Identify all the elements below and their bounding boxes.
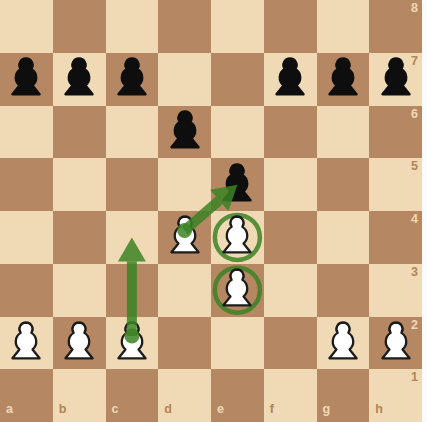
square-f2[interactable] xyxy=(264,317,317,370)
rank-label-5: 5 xyxy=(411,160,418,173)
square-c3[interactable] xyxy=(106,264,159,317)
square-h1[interactable]: 1h xyxy=(369,369,422,422)
square-d3[interactable] xyxy=(158,264,211,317)
square-b2[interactable] xyxy=(53,317,106,370)
chess-board-container: 8765432abcdefg1h xyxy=(0,0,427,422)
square-g8[interactable] xyxy=(317,0,370,53)
square-e1[interactable]: e xyxy=(211,369,264,422)
square-c4[interactable] xyxy=(106,211,159,264)
white-pawn[interactable] xyxy=(161,212,208,259)
white-pawn[interactable] xyxy=(56,318,103,365)
square-b5[interactable] xyxy=(53,158,106,211)
square-g2[interactable] xyxy=(317,317,370,370)
file-label-g: g xyxy=(323,403,331,416)
square-c6[interactable] xyxy=(106,106,159,159)
square-c7[interactable] xyxy=(106,53,159,106)
file-label-f: f xyxy=(270,403,274,416)
square-e3[interactable] xyxy=(211,264,264,317)
page-background-strip xyxy=(422,0,427,422)
square-g6[interactable] xyxy=(317,106,370,159)
rank-label-4: 4 xyxy=(411,213,418,226)
black-pawn[interactable] xyxy=(372,54,419,101)
square-f5[interactable] xyxy=(264,158,317,211)
white-pawn[interactable] xyxy=(214,212,261,259)
square-d1[interactable]: d xyxy=(158,369,211,422)
black-pawn[interactable] xyxy=(3,54,50,101)
black-pawn[interactable] xyxy=(161,107,208,154)
square-b4[interactable] xyxy=(53,211,106,264)
square-a6[interactable] xyxy=(0,106,53,159)
square-h5[interactable]: 5 xyxy=(369,158,422,211)
square-d5[interactable] xyxy=(158,158,211,211)
square-a2[interactable] xyxy=(0,317,53,370)
square-h2[interactable]: 2 xyxy=(369,317,422,370)
white-pawn[interactable] xyxy=(372,318,419,365)
square-h6[interactable]: 6 xyxy=(369,106,422,159)
square-g4[interactable] xyxy=(317,211,370,264)
black-pawn[interactable] xyxy=(108,54,155,101)
black-pawn[interactable] xyxy=(267,54,314,101)
square-d6[interactable] xyxy=(158,106,211,159)
square-a7[interactable] xyxy=(0,53,53,106)
square-a3[interactable] xyxy=(0,264,53,317)
square-h8[interactable]: 8 xyxy=(369,0,422,53)
square-e4[interactable] xyxy=(211,211,264,264)
square-f7[interactable] xyxy=(264,53,317,106)
file-label-c: c xyxy=(112,403,119,416)
square-h4[interactable]: 4 xyxy=(369,211,422,264)
file-label-a: a xyxy=(6,403,13,416)
black-pawn[interactable] xyxy=(319,54,366,101)
chess-board: 8765432abcdefg1h xyxy=(0,0,422,422)
square-a4[interactable] xyxy=(0,211,53,264)
white-pawn[interactable] xyxy=(108,318,155,365)
square-f6[interactable] xyxy=(264,106,317,159)
square-a1[interactable]: a xyxy=(0,369,53,422)
square-d2[interactable] xyxy=(158,317,211,370)
square-b7[interactable] xyxy=(53,53,106,106)
black-pawn[interactable] xyxy=(56,54,103,101)
square-g3[interactable] xyxy=(317,264,370,317)
square-d8[interactable] xyxy=(158,0,211,53)
square-e6[interactable] xyxy=(211,106,264,159)
square-h3[interactable]: 3 xyxy=(369,264,422,317)
square-b8[interactable] xyxy=(53,0,106,53)
square-e5[interactable] xyxy=(211,158,264,211)
file-label-b: b xyxy=(59,403,67,416)
square-g5[interactable] xyxy=(317,158,370,211)
file-label-h: h xyxy=(375,403,383,416)
square-f4[interactable] xyxy=(264,211,317,264)
square-f3[interactable] xyxy=(264,264,317,317)
rank-label-8: 8 xyxy=(411,2,418,15)
square-e7[interactable] xyxy=(211,53,264,106)
square-e8[interactable] xyxy=(211,0,264,53)
square-d7[interactable] xyxy=(158,53,211,106)
black-pawn[interactable] xyxy=(214,160,261,207)
square-f8[interactable] xyxy=(264,0,317,53)
file-label-e: e xyxy=(217,403,224,416)
square-g7[interactable] xyxy=(317,53,370,106)
square-c8[interactable] xyxy=(106,0,159,53)
square-f1[interactable]: f xyxy=(264,369,317,422)
square-b6[interactable] xyxy=(53,106,106,159)
white-pawn[interactable] xyxy=(3,318,50,365)
square-b3[interactable] xyxy=(53,264,106,317)
white-pawn[interactable] xyxy=(319,318,366,365)
square-d4[interactable] xyxy=(158,211,211,264)
square-c1[interactable]: c xyxy=(106,369,159,422)
rank-label-3: 3 xyxy=(411,266,418,279)
square-e2[interactable] xyxy=(211,317,264,370)
square-h7[interactable]: 7 xyxy=(369,53,422,106)
square-g1[interactable]: g xyxy=(317,369,370,422)
square-a8[interactable] xyxy=(0,0,53,53)
rank-label-1: 1 xyxy=(411,371,418,384)
white-pawn[interactable] xyxy=(214,265,261,312)
square-a5[interactable] xyxy=(0,158,53,211)
file-label-d: d xyxy=(164,403,172,416)
square-c2[interactable] xyxy=(106,317,159,370)
rank-label-6: 6 xyxy=(411,108,418,121)
square-b1[interactable]: b xyxy=(53,369,106,422)
square-c5[interactable] xyxy=(106,158,159,211)
